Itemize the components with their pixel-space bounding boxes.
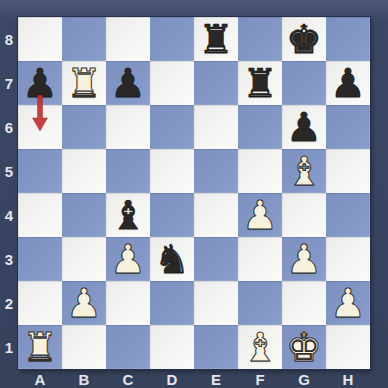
piece-black-pawn[interactable]: ♟ [18,61,62,105]
square-c7[interactable]: ♟ [106,61,150,105]
square-h5[interactable] [326,149,370,193]
piece-white-bishop[interactable]: ♝ [238,325,282,369]
square-g6[interactable]: ♟ [282,105,326,149]
piece-white-pawn[interactable]: ♟ [238,193,282,237]
square-a2[interactable] [18,281,62,325]
square-h8[interactable] [326,17,370,61]
square-b8[interactable] [62,17,106,61]
square-d3[interactable]: ♞ [150,237,194,281]
piece-black-pawn[interactable]: ♟ [106,61,150,105]
square-b1[interactable] [62,325,106,369]
rank-label-4: 4 [0,193,18,237]
piece-white-pawn[interactable]: ♟ [282,237,326,281]
square-a4[interactable] [18,193,62,237]
square-a1[interactable]: ♜ [18,325,62,369]
file-label-b: B [62,369,106,388]
file-label-h: H [326,369,370,388]
square-d2[interactable] [150,281,194,325]
square-g8[interactable]: ♚ [282,17,326,61]
file-label-g: G [282,369,326,388]
square-a3[interactable] [18,237,62,281]
square-b7[interactable]: ♜ [62,61,106,105]
square-e7[interactable] [194,61,238,105]
square-c5[interactable] [106,149,150,193]
square-f7[interactable]: ♜ [238,61,282,105]
piece-white-bishop[interactable]: ♝ [282,149,326,193]
square-b4[interactable] [62,193,106,237]
square-f8[interactable] [238,17,282,61]
square-e1[interactable] [194,325,238,369]
square-b2[interactable]: ♟ [62,281,106,325]
rank-label-2: 2 [0,281,18,325]
square-h3[interactable] [326,237,370,281]
square-c1[interactable] [106,325,150,369]
rank-labels: 87654321 [0,17,18,369]
piece-white-king[interactable]: ♚ [282,325,326,369]
piece-white-pawn[interactable]: ♟ [106,237,150,281]
square-c6[interactable] [106,105,150,149]
square-e2[interactable] [194,281,238,325]
piece-white-pawn[interactable]: ♟ [62,281,106,325]
square-e4[interactable] [194,193,238,237]
square-a7[interactable]: ♟ [18,61,62,105]
piece-black-knight[interactable]: ♞ [150,237,194,281]
file-label-c: C [106,369,150,388]
piece-black-rook[interactable]: ♜ [238,61,282,105]
rank-label-6: 6 [0,105,18,149]
square-g5[interactable]: ♝ [282,149,326,193]
square-d8[interactable] [150,17,194,61]
file-label-a: A [18,369,62,388]
square-e5[interactable] [194,149,238,193]
square-h2[interactable]: ♟ [326,281,370,325]
square-g7[interactable] [282,61,326,105]
square-c2[interactable] [106,281,150,325]
rank-label-3: 3 [0,237,18,281]
square-d1[interactable] [150,325,194,369]
file-label-e: E [194,369,238,388]
square-d7[interactable] [150,61,194,105]
piece-white-rook[interactable]: ♜ [62,61,106,105]
chess-board: ♜♚♟♜♟♜♟♟♝♝♟♟♞♟♟♟♜♝♚ [18,17,370,369]
square-f5[interactable] [238,149,282,193]
square-c4[interactable]: ♝ [106,193,150,237]
square-a5[interactable] [18,149,62,193]
square-g3[interactable]: ♟ [282,237,326,281]
piece-black-bishop[interactable]: ♝ [106,193,150,237]
square-f2[interactable] [238,281,282,325]
square-g1[interactable]: ♚ [282,325,326,369]
piece-black-pawn[interactable]: ♟ [326,61,370,105]
piece-black-pawn[interactable]: ♟ [282,105,326,149]
square-f1[interactable]: ♝ [238,325,282,369]
square-h1[interactable] [326,325,370,369]
piece-black-rook[interactable]: ♜ [194,17,238,61]
square-a8[interactable] [18,17,62,61]
square-h6[interactable] [326,105,370,149]
square-f6[interactable] [238,105,282,149]
square-e6[interactable] [194,105,238,149]
square-f3[interactable] [238,237,282,281]
file-labels: ABCDEFGH [18,369,370,388]
square-c3[interactable]: ♟ [106,237,150,281]
rank-label-5: 5 [0,149,18,193]
square-e8[interactable]: ♜ [194,17,238,61]
square-d6[interactable] [150,105,194,149]
piece-white-pawn[interactable]: ♟ [326,281,370,325]
square-a6[interactable] [18,105,62,149]
square-b6[interactable] [62,105,106,149]
square-d4[interactable] [150,193,194,237]
square-e3[interactable] [194,237,238,281]
rank-label-1: 1 [0,325,18,369]
square-g4[interactable] [282,193,326,237]
file-label-d: D [150,369,194,388]
rank-label-7: 7 [0,61,18,105]
board-frame: 87654321 ♜♚♟♜♟♜♟♟♝♝♟♟♞♟♟♟♜♝♚ ABCDEFGH [0,0,388,388]
square-b3[interactable] [62,237,106,281]
square-h7[interactable]: ♟ [326,61,370,105]
square-h4[interactable] [326,193,370,237]
square-b5[interactable] [62,149,106,193]
square-f4[interactable]: ♟ [238,193,282,237]
square-d5[interactable] [150,149,194,193]
file-label-f: F [238,369,282,388]
square-c8[interactable] [106,17,150,61]
piece-white-rook[interactable]: ♜ [18,325,62,369]
piece-black-king[interactable]: ♚ [282,17,326,61]
rank-label-8: 8 [0,17,18,61]
square-g2[interactable] [282,281,326,325]
